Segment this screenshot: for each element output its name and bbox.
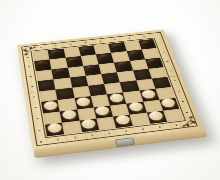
photo-scene: ⛂⛂⛂⛂⛂⛂⛂⛂⛂⛂⛂⛂⛀⛀⛀⛀⛀⛀⛀⛀⛀⛀⛀⛀ [0, 0, 220, 180]
square-h1[interactable] [163, 109, 184, 122]
light-piece[interactable]: ⛀ [128, 102, 144, 112]
dark-piece[interactable]: ⛂ [110, 42, 124, 51]
dark-piece[interactable]: ⛂ [53, 68, 67, 77]
light-piece[interactable]: ⛀ [148, 111, 164, 122]
light-piece[interactable]: ⛀ [76, 97, 91, 107]
light-piece[interactable]: ⛀ [95, 106, 111, 117]
dark-piece[interactable]: ⛂ [116, 61, 131, 70]
dark-piece[interactable]: ⛂ [146, 58, 161, 67]
checkers-board: ⛂⛂⛂⛂⛂⛂⛂⛂⛂⛂⛂⛂⛀⛀⛀⛀⛀⛀⛀⛀⛀⛀⛀⛀ [17, 30, 203, 150]
light-piece[interactable]: ⛀ [62, 109, 77, 120]
board-3d-wrap: ⛂⛂⛂⛂⛂⛂⛂⛂⛂⛂⛂⛂⛀⛀⛀⛀⛀⛀⛀⛀⛀⛀⛀⛀ [17, 30, 203, 150]
light-piece[interactable]: ⛀ [43, 100, 58, 110]
dark-piece[interactable]: ⛂ [67, 56, 81, 65]
light-piece[interactable]: ⛀ [115, 115, 131, 126]
dark-piece[interactable]: ⛂ [49, 49, 63, 58]
dark-piece[interactable]: ⛂ [36, 60, 50, 69]
square-a1[interactable]: ⛀ [45, 122, 64, 136]
dark-piece[interactable]: ⛂ [140, 39, 155, 47]
light-piece[interactable]: ⛀ [109, 93, 125, 103]
dark-piece[interactable]: ⛂ [128, 50, 143, 59]
light-piece[interactable]: ⛀ [161, 98, 177, 108]
dark-piece[interactable]: ⛂ [85, 64, 100, 73]
dark-piece[interactable]: ⛂ [80, 46, 94, 55]
board-grid: ⛂⛂⛂⛂⛂⛂⛂⛂⛂⛂⛂⛂⛀⛀⛀⛀⛀⛀⛀⛀⛀⛀⛀⛀ [33, 39, 184, 136]
light-piece[interactable]: ⛀ [47, 123, 63, 134]
dark-piece[interactable]: ⛂ [97, 53, 111, 62]
light-piece[interactable]: ⛀ [141, 89, 157, 99]
light-piece[interactable]: ⛀ [81, 119, 97, 130]
